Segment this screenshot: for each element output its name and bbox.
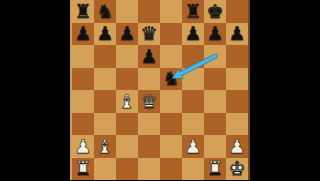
square-f3[interactable]	[182, 113, 204, 136]
chess-board: ♜♞♜♚♟♟♟♛♟♟♟♟♞♝♛♟♝♟♟♜♜♚	[70, 0, 250, 180]
white-rook-a1[interactable]: ♜	[74, 159, 91, 178]
square-a6[interactable]	[72, 45, 94, 68]
square-g6[interactable]	[204, 45, 226, 68]
square-d6[interactable]: ♟	[138, 45, 160, 68]
black-pawn-f7[interactable]: ♟	[184, 24, 201, 43]
square-d8[interactable]	[138, 0, 160, 23]
square-b2[interactable]: ♝	[94, 135, 116, 158]
square-b7[interactable]: ♟	[94, 23, 116, 46]
square-d4[interactable]: ♛	[138, 90, 160, 113]
square-c2[interactable]	[116, 135, 138, 158]
square-f8[interactable]: ♜	[182, 0, 204, 23]
square-c6[interactable]	[116, 45, 138, 68]
square-a3[interactable]	[72, 113, 94, 136]
left-letterbox	[0, 0, 70, 180]
square-h6[interactable]	[226, 45, 248, 68]
square-b8[interactable]: ♞	[94, 0, 116, 23]
black-pawn-g7[interactable]: ♟	[206, 24, 223, 43]
white-bishop-b2[interactable]: ♝	[96, 136, 113, 155]
square-g5[interactable]	[204, 68, 226, 91]
square-b6[interactable]	[94, 45, 116, 68]
white-pawn-h2[interactable]: ♟	[228, 136, 245, 155]
square-a8[interactable]: ♜	[72, 0, 94, 23]
black-pawn-d6[interactable]: ♟	[140, 46, 157, 65]
square-f5[interactable]	[182, 68, 204, 91]
square-h7[interactable]: ♟	[226, 23, 248, 46]
square-g8[interactable]: ♚	[204, 0, 226, 23]
black-knight-b8[interactable]: ♞	[96, 1, 113, 20]
square-e3[interactable]	[160, 113, 182, 136]
square-h4[interactable]	[226, 90, 248, 113]
square-f1[interactable]	[182, 158, 204, 181]
board-grid: ♜♞♜♚♟♟♟♛♟♟♟♟♞♝♛♟♝♟♟♜♜♚	[72, 0, 248, 180]
black-pawn-a7[interactable]: ♟	[74, 24, 91, 43]
white-rook-g1[interactable]: ♜	[206, 159, 223, 178]
square-a7[interactable]: ♟	[72, 23, 94, 46]
white-pawn-f2[interactable]: ♟	[184, 136, 201, 155]
square-e2[interactable]	[160, 135, 182, 158]
square-a2[interactable]: ♟	[72, 135, 94, 158]
square-f7[interactable]: ♟	[182, 23, 204, 46]
black-queen-d7[interactable]: ♛	[140, 24, 157, 43]
square-d3[interactable]	[138, 113, 160, 136]
square-e8[interactable]	[160, 0, 182, 23]
square-c5[interactable]	[116, 68, 138, 91]
black-rook-f8[interactable]: ♜	[184, 1, 201, 20]
square-c8[interactable]	[116, 0, 138, 23]
black-king-g8[interactable]: ♚	[206, 1, 223, 20]
black-pawn-c7[interactable]: ♟	[118, 24, 135, 43]
square-h1[interactable]: ♚	[226, 158, 248, 181]
square-e1[interactable]	[160, 158, 182, 181]
square-g3[interactable]	[204, 113, 226, 136]
square-d5[interactable]	[138, 68, 160, 91]
square-h3[interactable]	[226, 113, 248, 136]
white-queen-d4[interactable]: ♛	[140, 91, 157, 110]
right-letterbox	[250, 0, 320, 180]
square-e7[interactable]	[160, 23, 182, 46]
square-b1[interactable]	[94, 158, 116, 181]
square-d2[interactable]	[138, 135, 160, 158]
square-c7[interactable]: ♟	[116, 23, 138, 46]
square-g7[interactable]: ♟	[204, 23, 226, 46]
square-a5[interactable]	[72, 68, 94, 91]
square-h2[interactable]: ♟	[226, 135, 248, 158]
square-h8[interactable]	[226, 0, 248, 23]
black-pawn-h7[interactable]: ♟	[228, 24, 245, 43]
square-g4[interactable]	[204, 90, 226, 113]
square-c3[interactable]	[116, 113, 138, 136]
square-e5[interactable]: ♞	[160, 68, 182, 91]
square-e4[interactable]	[160, 90, 182, 113]
square-a4[interactable]	[72, 90, 94, 113]
white-king-h1[interactable]: ♚	[228, 159, 245, 178]
square-g1[interactable]: ♜	[204, 158, 226, 181]
black-pawn-b7[interactable]: ♟	[96, 24, 113, 43]
square-d1[interactable]	[138, 158, 160, 181]
square-a1[interactable]: ♜	[72, 158, 94, 181]
square-g2[interactable]	[204, 135, 226, 158]
square-d7[interactable]: ♛	[138, 23, 160, 46]
square-b5[interactable]	[94, 68, 116, 91]
square-c1[interactable]	[116, 158, 138, 181]
square-b3[interactable]	[94, 113, 116, 136]
white-bishop-c4[interactable]: ♝	[118, 91, 135, 110]
square-h5[interactable]	[226, 68, 248, 91]
white-pawn-a2[interactable]: ♟	[74, 136, 91, 155]
square-b4[interactable]	[94, 90, 116, 113]
black-rook-a8[interactable]: ♜	[74, 1, 91, 20]
square-c4[interactable]: ♝	[116, 90, 138, 113]
square-f4[interactable]	[182, 90, 204, 113]
square-e6[interactable]	[160, 45, 182, 68]
black-knight-e5[interactable]: ♞	[162, 69, 179, 88]
square-f6[interactable]	[182, 45, 204, 68]
square-f2[interactable]: ♟	[182, 135, 204, 158]
